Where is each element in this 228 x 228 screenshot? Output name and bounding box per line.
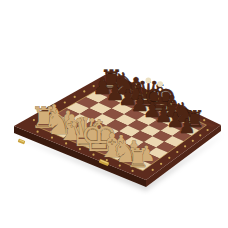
ornament-dot: [192, 140, 194, 142]
ornament-dot: [199, 134, 201, 136]
ornament-dot: [152, 169, 154, 171]
ornament-dot: [160, 163, 162, 165]
ornament-dot: [83, 90, 85, 92]
ornament-dot: [207, 129, 209, 131]
ornament-dot: [74, 96, 76, 98]
piece-black-pawn-h7: ♟: [178, 115, 196, 138]
ornament-dot: [184, 145, 186, 147]
piece-white-rook-h1: ♜: [126, 143, 149, 173]
chess-set-product-photo: ♜♟♞♟♝♟♛♟♚♟♝♞♟♟♜♟♟♜♟♟♞♟♝♟♛♟♚♟♝♟♞♜: [0, 0, 228, 228]
ornament-dot: [176, 151, 178, 153]
chessboard: ♜♟♞♟♝♟♛♟♚♟♝♞♟♟♜♟♟♜♟♟♞♟♝♟♛♟♚♟♝♟♞♜: [0, 0, 228, 228]
ornament-dot: [168, 157, 170, 159]
piece-finial: [157, 81, 163, 87]
